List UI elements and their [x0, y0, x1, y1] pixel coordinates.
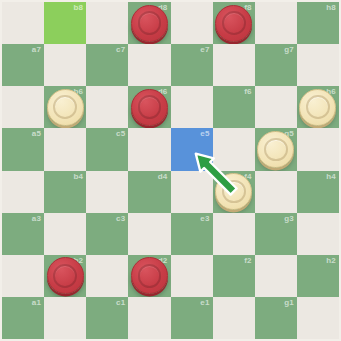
square-label-f6: f6: [244, 88, 252, 96]
square-label-a7: a7: [32, 46, 41, 54]
square-label-h4: h4: [326, 173, 336, 181]
square-c5[interactable]: c5: [86, 128, 128, 170]
square-label-e7: e7: [200, 46, 209, 54]
square-d5[interactable]: [128, 128, 170, 170]
square-label-g3: g3: [284, 215, 294, 223]
square-label-h2: h2: [326, 257, 336, 265]
red-piece-d2[interactable]: [131, 257, 168, 294]
square-d1[interactable]: [128, 297, 170, 339]
square-g7[interactable]: g7: [255, 44, 297, 86]
square-label-h8: h8: [326, 4, 336, 12]
square-f5[interactable]: [213, 128, 255, 170]
square-e1[interactable]: e1: [171, 297, 213, 339]
square-a2[interactable]: [2, 255, 44, 297]
square-b4[interactable]: b4: [44, 171, 86, 213]
square-b1[interactable]: [44, 297, 86, 339]
square-e5[interactable]: e5: [171, 128, 213, 170]
square-label-b8: b8: [74, 4, 84, 12]
square-h6[interactable]: h6: [297, 86, 339, 128]
red-piece-f8[interactable]: [215, 5, 252, 42]
square-a4[interactable]: [2, 171, 44, 213]
square-d3[interactable]: [128, 213, 170, 255]
square-f1[interactable]: [213, 297, 255, 339]
white-piece-h6[interactable]: [299, 89, 336, 126]
square-g1[interactable]: g1: [255, 297, 297, 339]
square-e6[interactable]: [171, 86, 213, 128]
square-h2[interactable]: h2: [297, 255, 339, 297]
square-f2[interactable]: f2: [213, 255, 255, 297]
square-c1[interactable]: c1: [86, 297, 128, 339]
square-label-e5: e5: [200, 130, 209, 138]
square-label-a3: a3: [32, 215, 41, 223]
square-a7[interactable]: a7: [2, 44, 44, 86]
square-c6[interactable]: [86, 86, 128, 128]
square-label-g1: g1: [284, 299, 294, 307]
square-label-c5: c5: [116, 130, 125, 138]
white-piece-g5[interactable]: [257, 131, 294, 168]
white-piece-f4[interactable]: [215, 173, 252, 210]
board: b8d8f8h8a7c7e7g7b6d6f6h6a5c5e5g5b4d4f4h4…: [2, 2, 339, 339]
square-label-f2: f2: [244, 257, 252, 265]
square-g3[interactable]: g3: [255, 213, 297, 255]
square-a5[interactable]: a5: [2, 128, 44, 170]
square-f4[interactable]: f4: [213, 171, 255, 213]
square-b5[interactable]: [44, 128, 86, 170]
square-e3[interactable]: e3: [171, 213, 213, 255]
red-piece-d8[interactable]: [131, 5, 168, 42]
square-label-e1: e1: [200, 299, 209, 307]
square-label-c1: c1: [116, 299, 125, 307]
square-label-b4: b4: [74, 173, 84, 181]
square-f7[interactable]: [213, 44, 255, 86]
square-d2[interactable]: d2: [128, 255, 170, 297]
square-label-a5: a5: [32, 130, 41, 138]
square-f6[interactable]: f6: [213, 86, 255, 128]
square-label-a1: a1: [32, 299, 41, 307]
square-c7[interactable]: c7: [86, 44, 128, 86]
square-a6[interactable]: [2, 86, 44, 128]
square-c3[interactable]: c3: [86, 213, 128, 255]
red-piece-b2[interactable]: [47, 257, 84, 294]
red-piece-d6[interactable]: [131, 89, 168, 126]
square-g8[interactable]: [255, 2, 297, 44]
square-g2[interactable]: [255, 255, 297, 297]
square-e2[interactable]: [171, 255, 213, 297]
square-g4[interactable]: [255, 171, 297, 213]
square-b8[interactable]: b8: [44, 2, 86, 44]
square-label-g7: g7: [284, 46, 294, 54]
square-h5[interactable]: [297, 128, 339, 170]
square-label-c7: c7: [116, 46, 125, 54]
square-b2[interactable]: b2: [44, 255, 86, 297]
square-e8[interactable]: [171, 2, 213, 44]
square-f8[interactable]: f8: [213, 2, 255, 44]
square-a3[interactable]: a3: [2, 213, 44, 255]
square-d6[interactable]: d6: [128, 86, 170, 128]
square-g5[interactable]: g5: [255, 128, 297, 170]
square-c8[interactable]: [86, 2, 128, 44]
square-label-d4: d4: [158, 173, 168, 181]
square-h8[interactable]: h8: [297, 2, 339, 44]
square-f3[interactable]: [213, 213, 255, 255]
square-d4[interactable]: d4: [128, 171, 170, 213]
square-label-e3: e3: [200, 215, 209, 223]
square-h1[interactable]: [297, 297, 339, 339]
square-c2[interactable]: [86, 255, 128, 297]
square-h7[interactable]: [297, 44, 339, 86]
square-h3[interactable]: [297, 213, 339, 255]
square-label-c3: c3: [116, 215, 125, 223]
square-e4[interactable]: [171, 171, 213, 213]
square-d8[interactable]: d8: [128, 2, 170, 44]
board-frame: b8d8f8h8a7c7e7g7b6d6f6h6a5c5e5g5b4d4f4h4…: [0, 0, 341, 341]
square-c4[interactable]: [86, 171, 128, 213]
square-b3[interactable]: [44, 213, 86, 255]
square-a8[interactable]: [2, 2, 44, 44]
square-e7[interactable]: e7: [171, 44, 213, 86]
white-piece-b6[interactable]: [47, 89, 84, 126]
square-g6[interactable]: [255, 86, 297, 128]
square-b6[interactable]: b6: [44, 86, 86, 128]
square-a1[interactable]: a1: [2, 297, 44, 339]
square-h4[interactable]: h4: [297, 171, 339, 213]
square-d7[interactable]: [128, 44, 170, 86]
square-b7[interactable]: [44, 44, 86, 86]
